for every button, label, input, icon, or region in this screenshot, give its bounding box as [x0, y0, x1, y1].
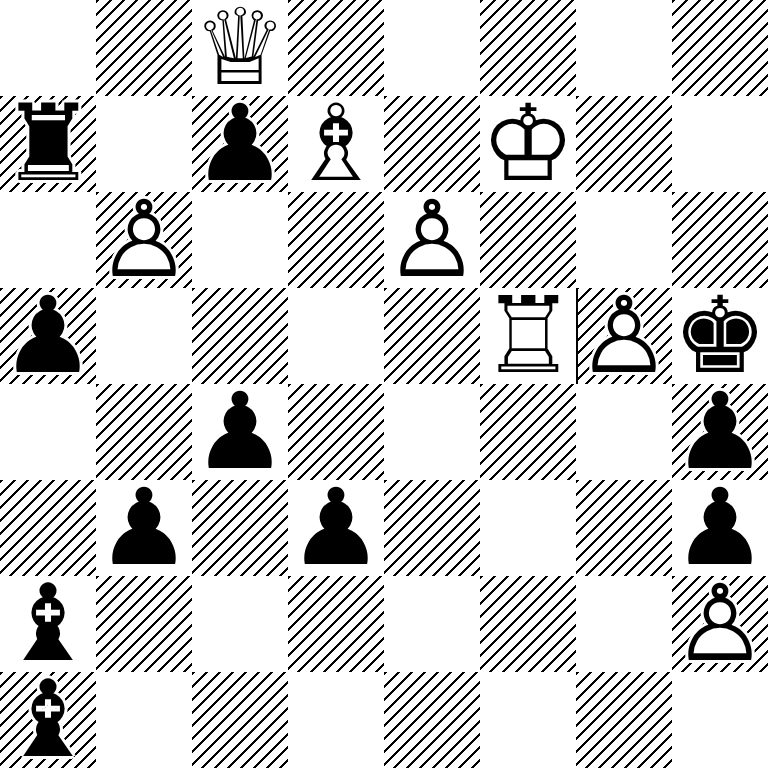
piece-black-pawn-c7[interactable]: ♟♟: [192, 96, 288, 192]
square-c3[interactable]: [192, 480, 288, 576]
square-d2[interactable]: [288, 576, 384, 672]
square-e5[interactable]: [384, 288, 480, 384]
piece-white-pawn-b6[interactable]: ♟♙: [96, 192, 192, 288]
black-pawn-glyph: ♟: [0, 288, 96, 384]
square-e8[interactable]: [384, 0, 480, 96]
square-d3[interactable]: ♟♟: [288, 480, 384, 576]
black-pawn-glyph: ♟: [192, 384, 288, 480]
square-c4[interactable]: ♟♟: [192, 384, 288, 480]
square-f7[interactable]: ♚♔: [480, 96, 576, 192]
black-pawn-glyph: ♟: [192, 96, 288, 192]
black-rook-glyph: ♜: [0, 96, 96, 192]
piece-white-king-f7[interactable]: ♚♔: [480, 96, 576, 192]
piece-black-pawn-d3[interactable]: ♟♟: [288, 480, 384, 576]
square-a7[interactable]: ♜♜: [0, 96, 96, 192]
square-e6[interactable]: ♟♙: [384, 192, 480, 288]
square-g2[interactable]: [576, 576, 672, 672]
square-e1[interactable]: [384, 672, 480, 768]
square-c1[interactable]: [192, 672, 288, 768]
piece-black-pawn-c4[interactable]: ♟♟: [192, 384, 288, 480]
piece-white-pawn-h2[interactable]: ♟♙: [672, 576, 768, 672]
square-h7[interactable]: [672, 96, 768, 192]
square-g7[interactable]: [576, 96, 672, 192]
black-pawn-glyph: ♟: [288, 480, 384, 576]
black-pawn-glyph: ♟: [96, 480, 192, 576]
square-c7[interactable]: ♟♟: [192, 96, 288, 192]
square-f2[interactable]: [480, 576, 576, 672]
piece-white-pawn-g5[interactable]: ♟♙: [576, 288, 672, 384]
square-d7[interactable]: ♝♗: [288, 96, 384, 192]
square-g4[interactable]: [576, 384, 672, 480]
piece-black-pawn-b3[interactable]: ♟♟: [96, 480, 192, 576]
square-g5[interactable]: ♟♙: [576, 288, 672, 384]
square-b1[interactable]: [96, 672, 192, 768]
square-a1[interactable]: ♝♝: [0, 672, 96, 768]
piece-white-bishop-d7[interactable]: ♝♗: [288, 96, 384, 192]
square-c2[interactable]: [192, 576, 288, 672]
square-g3[interactable]: [576, 480, 672, 576]
square-f5[interactable]: ♜♖: [480, 288, 576, 384]
piece-white-pawn-e6[interactable]: ♟♙: [384, 192, 480, 288]
square-d6[interactable]: [288, 192, 384, 288]
white-bishop-glyph: ♗: [288, 96, 384, 192]
square-h1[interactable]: [672, 672, 768, 768]
white-rook-glyph: ♖: [480, 288, 576, 384]
square-b8[interactable]: [96, 0, 192, 96]
square-h8[interactable]: [672, 0, 768, 96]
square-e4[interactable]: [384, 384, 480, 480]
square-b3[interactable]: ♟♟: [96, 480, 192, 576]
white-pawn-glyph: ♙: [96, 192, 192, 288]
square-e2[interactable]: [384, 576, 480, 672]
square-a5[interactable]: ♟♟: [0, 288, 96, 384]
square-b6[interactable]: ♟♙: [96, 192, 192, 288]
black-bishop-glyph: ♝: [0, 672, 96, 768]
square-f1[interactable]: [480, 672, 576, 768]
square-a4[interactable]: [0, 384, 96, 480]
square-d5[interactable]: [288, 288, 384, 384]
chess-board: ♛♕♜♜♟♟♝♗♚♔♟♙♟♙♟♟♜♖♟♙♚♚♟♟♟♟♟♟♟♟♟♟♝♝♟♙♝♝: [0, 0, 768, 768]
square-h2[interactable]: ♟♙: [672, 576, 768, 672]
white-king-glyph: ♔: [480, 96, 576, 192]
square-e3[interactable]: [384, 480, 480, 576]
square-f3[interactable]: [480, 480, 576, 576]
piece-black-bishop-a1[interactable]: ♝♝: [0, 672, 96, 768]
piece-white-rook-f5[interactable]: ♜♖: [480, 288, 576, 384]
square-b5[interactable]: [96, 288, 192, 384]
square-d1[interactable]: [288, 672, 384, 768]
square-f4[interactable]: [480, 384, 576, 480]
square-g8[interactable]: [576, 0, 672, 96]
square-g1[interactable]: [576, 672, 672, 768]
square-c6[interactable]: [192, 192, 288, 288]
square-b2[interactable]: [96, 576, 192, 672]
white-pawn-glyph: ♙: [576, 288, 672, 384]
white-pawn-glyph: ♙: [672, 576, 768, 672]
white-pawn-glyph: ♙: [384, 192, 480, 288]
piece-black-pawn-a5[interactable]: ♟♟: [0, 288, 96, 384]
piece-black-rook-a7[interactable]: ♜♜: [0, 96, 96, 192]
